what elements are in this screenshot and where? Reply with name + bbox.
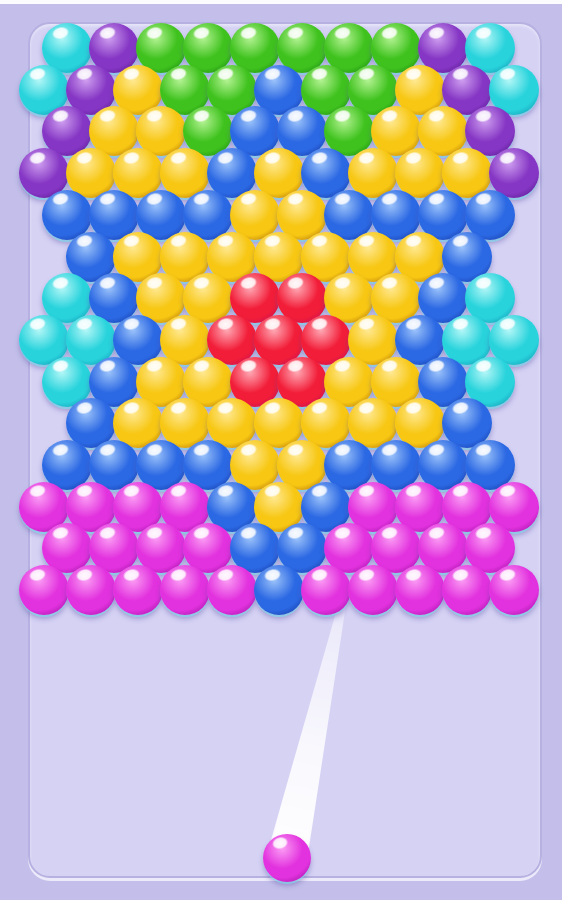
- bubble-magenta: [489, 565, 539, 615]
- game-screen: [0, 0, 562, 900]
- bubble-magenta: [442, 565, 492, 615]
- bubble-magenta: [19, 565, 69, 615]
- top-strip: [0, 0, 562, 4]
- bubble-magenta: [66, 565, 116, 615]
- bubble-magenta: [395, 565, 445, 615]
- shooter-bubble[interactable]: [263, 834, 311, 882]
- bubble-magenta: [160, 565, 210, 615]
- bubble-magenta: [113, 565, 163, 615]
- bubble-magenta: [207, 565, 257, 615]
- bubble-magenta: [348, 565, 398, 615]
- bubble-field: [0, 0, 562, 900]
- bubble-blue: [254, 565, 304, 615]
- bubble-magenta: [301, 565, 351, 615]
